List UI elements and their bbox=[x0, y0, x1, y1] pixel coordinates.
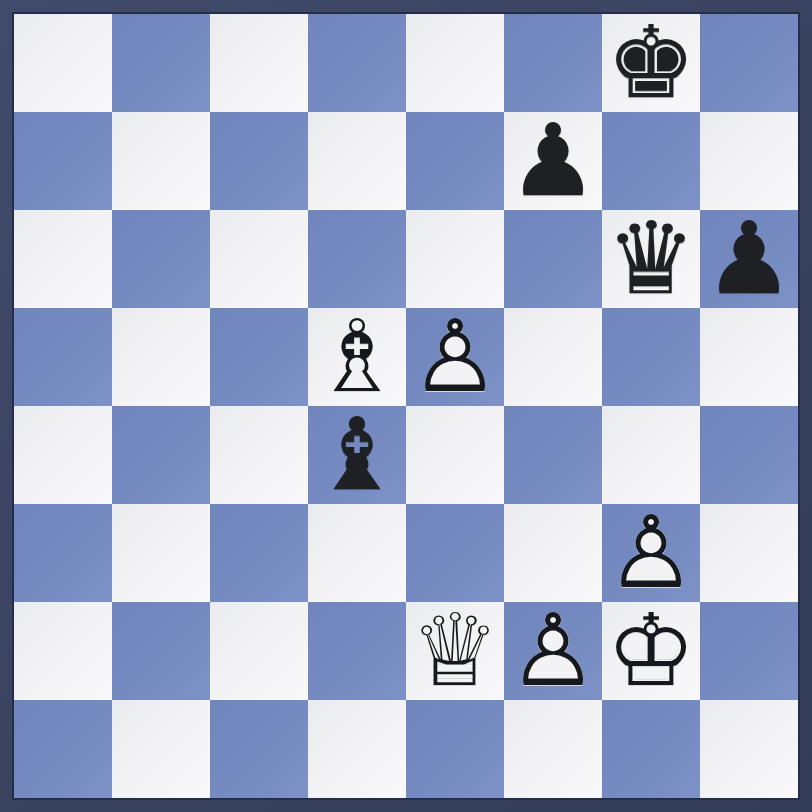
square-c3[interactable] bbox=[210, 504, 308, 602]
chess-board-frame: ♚♟♛♟♝♗♟♙♝♟♙♛♕♟♙♚♔ bbox=[0, 0, 812, 812]
square-c8[interactable] bbox=[210, 14, 308, 112]
white-king-piece[interactable]: ♚♔ bbox=[602, 602, 700, 700]
square-g5[interactable] bbox=[602, 308, 700, 406]
square-d7[interactable] bbox=[308, 112, 406, 210]
black-bishop-piece[interactable]: ♝ bbox=[308, 406, 406, 504]
square-g7[interactable] bbox=[602, 112, 700, 210]
white-piece-outline: ♙ bbox=[504, 602, 602, 700]
black-piece-body: ♛ bbox=[602, 210, 700, 308]
white-queen-piece[interactable]: ♛♕ bbox=[406, 602, 504, 700]
square-f8[interactable] bbox=[504, 14, 602, 112]
white-piece-outline: ♗ bbox=[308, 308, 406, 406]
square-c2[interactable] bbox=[210, 602, 308, 700]
square-c6[interactable] bbox=[210, 210, 308, 308]
square-b6[interactable] bbox=[112, 210, 210, 308]
square-d3[interactable] bbox=[308, 504, 406, 602]
square-b8[interactable] bbox=[112, 14, 210, 112]
square-a5[interactable] bbox=[14, 308, 112, 406]
white-pawn-piece[interactable]: ♟♙ bbox=[504, 602, 602, 700]
black-piece-body: ♟ bbox=[700, 210, 798, 308]
square-b1[interactable] bbox=[112, 700, 210, 798]
square-g1[interactable] bbox=[602, 700, 700, 798]
square-d6[interactable] bbox=[308, 210, 406, 308]
square-e2[interactable]: ♛♕ bbox=[406, 602, 504, 700]
square-e3[interactable] bbox=[406, 504, 504, 602]
square-e6[interactable] bbox=[406, 210, 504, 308]
square-g6[interactable]: ♛ bbox=[602, 210, 700, 308]
square-c7[interactable] bbox=[210, 112, 308, 210]
square-g3[interactable]: ♟♙ bbox=[602, 504, 700, 602]
square-d1[interactable] bbox=[308, 700, 406, 798]
square-h5[interactable] bbox=[700, 308, 798, 406]
square-h4[interactable] bbox=[700, 406, 798, 504]
square-e5[interactable]: ♟♙ bbox=[406, 308, 504, 406]
black-piece-body: ♚ bbox=[602, 14, 700, 112]
square-f4[interactable] bbox=[504, 406, 602, 504]
square-c1[interactable] bbox=[210, 700, 308, 798]
square-d4[interactable]: ♝ bbox=[308, 406, 406, 504]
square-f3[interactable] bbox=[504, 504, 602, 602]
square-b7[interactable] bbox=[112, 112, 210, 210]
square-g4[interactable] bbox=[602, 406, 700, 504]
square-b5[interactable] bbox=[112, 308, 210, 406]
chess-board: ♚♟♛♟♝♗♟♙♝♟♙♛♕♟♙♚♔ bbox=[14, 14, 798, 798]
square-b2[interactable] bbox=[112, 602, 210, 700]
square-h3[interactable] bbox=[700, 504, 798, 602]
square-a6[interactable] bbox=[14, 210, 112, 308]
square-b3[interactable] bbox=[112, 504, 210, 602]
white-pawn-piece[interactable]: ♟♙ bbox=[602, 504, 700, 602]
square-f2[interactable]: ♟♙ bbox=[504, 602, 602, 700]
square-g2[interactable]: ♚♔ bbox=[602, 602, 700, 700]
white-piece-outline: ♙ bbox=[602, 504, 700, 602]
white-pawn-piece[interactable]: ♟♙ bbox=[406, 308, 504, 406]
square-e7[interactable] bbox=[406, 112, 504, 210]
black-piece-body: ♟ bbox=[504, 112, 602, 210]
square-e4[interactable] bbox=[406, 406, 504, 504]
square-f5[interactable] bbox=[504, 308, 602, 406]
square-f7[interactable]: ♟ bbox=[504, 112, 602, 210]
square-d5[interactable]: ♝♗ bbox=[308, 308, 406, 406]
square-a8[interactable] bbox=[14, 14, 112, 112]
white-piece-outline: ♙ bbox=[406, 308, 504, 406]
black-queen-piece[interactable]: ♛ bbox=[602, 210, 700, 308]
square-h7[interactable] bbox=[700, 112, 798, 210]
black-pawn-piece[interactable]: ♟ bbox=[700, 210, 798, 308]
black-pawn-piece[interactable]: ♟ bbox=[504, 112, 602, 210]
square-a4[interactable] bbox=[14, 406, 112, 504]
square-c5[interactable] bbox=[210, 308, 308, 406]
square-h6[interactable]: ♟ bbox=[700, 210, 798, 308]
square-e1[interactable] bbox=[406, 700, 504, 798]
square-d8[interactable] bbox=[308, 14, 406, 112]
black-piece-body: ♝ bbox=[308, 406, 406, 504]
square-a3[interactable] bbox=[14, 504, 112, 602]
white-bishop-piece[interactable]: ♝♗ bbox=[308, 308, 406, 406]
square-f1[interactable] bbox=[504, 700, 602, 798]
square-h2[interactable] bbox=[700, 602, 798, 700]
black-king-piece[interactable]: ♚ bbox=[602, 14, 700, 112]
white-piece-outline: ♔ bbox=[602, 602, 700, 700]
square-a2[interactable] bbox=[14, 602, 112, 700]
square-g8[interactable]: ♚ bbox=[602, 14, 700, 112]
square-a1[interactable] bbox=[14, 700, 112, 798]
square-b4[interactable] bbox=[112, 406, 210, 504]
square-a7[interactable] bbox=[14, 112, 112, 210]
square-f6[interactable] bbox=[504, 210, 602, 308]
white-piece-outline: ♕ bbox=[406, 602, 504, 700]
square-e8[interactable] bbox=[406, 14, 504, 112]
square-c4[interactable] bbox=[210, 406, 308, 504]
square-d2[interactable] bbox=[308, 602, 406, 700]
square-h1[interactable] bbox=[700, 700, 798, 798]
square-h8[interactable] bbox=[700, 14, 798, 112]
